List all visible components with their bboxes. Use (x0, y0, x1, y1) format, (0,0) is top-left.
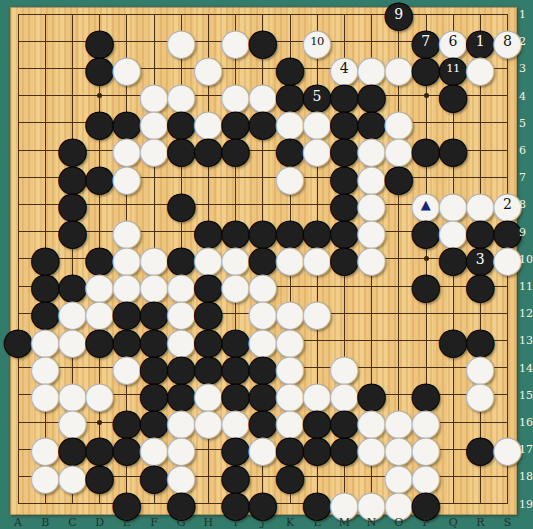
intersection-J17[interactable]: ● (249, 435, 276, 462)
intersection-P4[interactable] (412, 82, 439, 109)
black-stone: ● (168, 191, 195, 218)
intersection-A8[interactable] (4, 191, 31, 218)
intersection-B1[interactable] (32, 0, 59, 27)
white-stone: ● (494, 245, 521, 272)
row-label-8: 8 (519, 198, 533, 210)
intersection-D5[interactable]: ● (86, 109, 113, 136)
row-label-17: 17 (519, 443, 533, 455)
intersection-Q11[interactable] (439, 272, 466, 299)
intersection-D8[interactable] (86, 191, 113, 218)
white-stone: ● (331, 490, 358, 517)
column-label-C: C (62, 516, 82, 529)
white-stone: ● (467, 55, 494, 82)
intersection-S3[interactable] (494, 55, 521, 82)
column-label-F: F (144, 516, 164, 529)
intersection-Q15[interactable] (439, 381, 466, 408)
intersection-O13[interactable] (385, 327, 412, 354)
white-stone: ● (59, 463, 86, 490)
intersection-S5[interactable] (494, 109, 521, 136)
intersection-S13[interactable] (494, 327, 521, 354)
intersection-B8[interactable] (32, 191, 59, 218)
intersection-S4[interactable] (494, 82, 521, 109)
column-label-G: G (171, 516, 191, 529)
intersection-R4[interactable] (467, 82, 494, 109)
black-stone: ● (412, 218, 439, 245)
intersection-L2[interactable]: ●10 (303, 28, 330, 55)
white-stone: ● (32, 463, 59, 490)
intersection-A10[interactable] (4, 245, 31, 272)
intersection-H6[interactable]: ● (195, 136, 222, 163)
white-stone: ● (358, 435, 385, 462)
row-label-4: 4 (519, 90, 533, 102)
intersection-O14[interactable] (385, 354, 412, 381)
intersection-A11[interactable] (4, 272, 31, 299)
row-label-2: 2 (519, 35, 533, 47)
column-label-P: P (416, 516, 436, 529)
intersection-B4[interactable] (32, 82, 59, 109)
intersection-A3[interactable] (4, 55, 31, 82)
white-stone: ● (222, 28, 249, 55)
intersection-E3[interactable]: ● (113, 55, 140, 82)
intersection-S12[interactable] (494, 299, 521, 326)
black-stone: ● (385, 0, 412, 27)
intersection-G8[interactable]: ● (168, 191, 195, 218)
intersection-B15[interactable]: ● (32, 381, 59, 408)
intersection-L7[interactable] (303, 164, 330, 191)
intersection-S18[interactable] (494, 463, 521, 490)
intersection-Q18[interactable] (439, 463, 466, 490)
row-label-14: 14 (519, 362, 533, 374)
black-stone: ● (113, 435, 140, 462)
intersection-L10[interactable]: ● (303, 245, 330, 272)
row-label-11: 11 (519, 280, 533, 292)
white-stone: ● (113, 354, 140, 381)
intersection-O12[interactable] (385, 299, 412, 326)
white-stone: ● (467, 381, 494, 408)
row-label-6: 6 (519, 144, 533, 156)
white-stone: ● (113, 55, 140, 82)
intersection-D19[interactable] (86, 490, 113, 517)
intersection-C1[interactable] (59, 0, 86, 27)
black-stone: ● (168, 490, 195, 517)
intersection-S17[interactable]: ● (494, 435, 521, 462)
black-stone: ● (113, 490, 140, 517)
intersection-R3[interactable]: ● (467, 55, 494, 82)
white-stone: ● (86, 381, 113, 408)
black-stone: ● (385, 164, 412, 191)
intersection-F18[interactable]: ● (140, 463, 167, 490)
intersection-H16[interactable]: ● (195, 408, 222, 435)
intersection-C19[interactable] (59, 490, 86, 517)
row-label-9: 9 (519, 226, 533, 238)
intersection-D18[interactable]: ● (86, 463, 113, 490)
column-label-S: S (498, 516, 518, 529)
row-label-3: 3 (519, 62, 533, 74)
white-stone: ● (358, 490, 385, 517)
intersection-M1[interactable] (331, 0, 358, 27)
white-stone: ● (195, 55, 222, 82)
column-label-Q: Q (443, 516, 463, 529)
intersection-O11[interactable] (385, 272, 412, 299)
intersection-C2[interactable] (59, 28, 86, 55)
black-stone: ● (439, 136, 466, 163)
intersection-H19[interactable] (195, 490, 222, 517)
intersection-P12[interactable] (412, 299, 439, 326)
intersection-D13[interactable]: ● (86, 327, 113, 354)
intersection-A15[interactable] (4, 381, 31, 408)
intersection-N13[interactable] (358, 327, 385, 354)
intersection-P11[interactable]: ● (412, 272, 439, 299)
intersection-Q17[interactable] (439, 435, 466, 462)
intersection-C13[interactable]: ● (59, 327, 86, 354)
intersection-N10[interactable]: ● (358, 245, 385, 272)
black-stone: ● (86, 55, 113, 82)
intersection-A4[interactable] (4, 82, 31, 109)
intersection-S15[interactable] (494, 381, 521, 408)
black-stone: ● (140, 463, 167, 490)
intersection-F7[interactable] (140, 164, 167, 191)
row-label-15: 15 (519, 389, 533, 401)
black-stone: ● (222, 136, 249, 163)
white-stone: ● (385, 490, 412, 517)
intersection-B7[interactable] (32, 164, 59, 191)
column-label-R: R (470, 516, 490, 529)
intersection-C4[interactable] (59, 82, 86, 109)
intersection-O3[interactable]: ● (385, 55, 412, 82)
intersection-S10[interactable]: ● (494, 245, 521, 272)
white-stone: ● (494, 28, 521, 55)
intersection-R15[interactable]: ● (467, 381, 494, 408)
intersection-L6[interactable]: ● (303, 136, 330, 163)
black-stone: ● (86, 164, 113, 191)
intersection-A1[interactable] (4, 0, 31, 27)
black-stone: ● (59, 218, 86, 245)
white-stone: ● (276, 164, 303, 191)
intersection-S14[interactable] (494, 354, 521, 381)
black-stone: ● (412, 136, 439, 163)
intersection-L12[interactable]: ● (303, 299, 330, 326)
intersection-E17[interactable]: ● (113, 435, 140, 462)
black-stone: ● (303, 490, 330, 517)
intersection-R17[interactable]: ● (467, 435, 494, 462)
black-stone: ● (195, 136, 222, 163)
black-stone: ● (467, 272, 494, 299)
intersection-M19[interactable]: ● (331, 490, 358, 517)
intersection-S2[interactable]: ●8 (494, 28, 521, 55)
white-stone: ● (195, 408, 222, 435)
intersection-F8[interactable] (140, 191, 167, 218)
intersection-I11[interactable]: ● (222, 272, 249, 299)
intersection-L19[interactable]: ● (303, 490, 330, 517)
intersection-O1[interactable]: ●9 (385, 0, 412, 27)
intersection-Q4[interactable]: ● (439, 82, 466, 109)
intersection-B19[interactable] (32, 490, 59, 517)
black-stone: ● (249, 490, 276, 517)
intersection-A17[interactable] (4, 435, 31, 462)
black-stone: ● (412, 272, 439, 299)
black-stone: ● (331, 435, 358, 462)
black-stone: ● (331, 245, 358, 272)
column-label-J: J (253, 516, 273, 529)
intersection-O8[interactable] (385, 191, 412, 218)
intersection-J5[interactable]: ● (249, 109, 276, 136)
intersection-N1[interactable] (358, 0, 385, 27)
column-label-L: L (307, 516, 327, 529)
intersection-B3[interactable] (32, 55, 59, 82)
intersection-E1[interactable] (113, 0, 140, 27)
column-label-O: O (389, 516, 409, 529)
black-stone: ● (168, 136, 195, 163)
intersection-H18[interactable] (195, 463, 222, 490)
white-stone: ● (385, 55, 412, 82)
intersection-B18[interactable]: ● (32, 463, 59, 490)
column-label-K: K (280, 516, 300, 529)
intersection-F2[interactable] (140, 28, 167, 55)
intersection-Q13[interactable]: ● (439, 327, 466, 354)
intersection-A13[interactable]: ● (4, 327, 31, 354)
intersection-H17[interactable] (195, 435, 222, 462)
white-stone: ● (59, 327, 86, 354)
intersection-A6[interactable] (4, 136, 31, 163)
intersection-D3[interactable]: ● (86, 55, 113, 82)
white-stone: ● (113, 164, 140, 191)
intersection-R18[interactable] (467, 463, 494, 490)
intersection-E14[interactable]: ● (113, 354, 140, 381)
intersection-A16[interactable] (4, 408, 31, 435)
intersection-K18[interactable]: ● (276, 463, 303, 490)
intersection-A2[interactable] (4, 28, 31, 55)
intersection-M10[interactable]: ● (331, 245, 358, 272)
black-stone: ● (4, 327, 31, 354)
black-stone: ● (439, 82, 466, 109)
column-label-D: D (90, 516, 110, 529)
intersection-O19[interactable]: ● (385, 490, 412, 517)
row-label-12: 12 (519, 307, 533, 319)
black-stone: ● (303, 435, 330, 462)
intersection-J7[interactable] (249, 164, 276, 191)
white-stone: ● (303, 245, 330, 272)
intersection-O7[interactable]: ● (385, 164, 412, 191)
black-stone: ● (439, 245, 466, 272)
intersection-A19[interactable] (4, 490, 31, 517)
row-label-1: 1 (519, 8, 533, 20)
intersection-I19[interactable]: ● (222, 490, 249, 517)
black-stone: ● (86, 109, 113, 136)
intersection-B5[interactable] (32, 109, 59, 136)
intersection-A5[interactable] (4, 109, 31, 136)
intersection-Q19[interactable] (439, 490, 466, 517)
intersection-I6[interactable]: ● (222, 136, 249, 163)
intersection-K7[interactable]: ● (276, 164, 303, 191)
black-stone: ● (86, 463, 113, 490)
intersection-H7[interactable] (195, 164, 222, 191)
intersection-I7[interactable] (222, 164, 249, 191)
row-label-16: 16 (519, 416, 533, 428)
intersection-R6[interactable] (467, 136, 494, 163)
intersections: ●9●●●●●10●7●6●1●8●●●●●4●●●●11●●●●●●●5●●●… (4, 0, 521, 517)
white-stone: ● (303, 136, 330, 163)
black-stone: ● (439, 327, 466, 354)
white-stone: ● (358, 245, 385, 272)
intersection-K1[interactable] (276, 0, 303, 27)
white-stone: ● (140, 136, 167, 163)
intersection-N12[interactable] (358, 299, 385, 326)
intersection-G19[interactable]: ● (168, 490, 195, 517)
row-label-19: 19 (519, 498, 533, 510)
intersection-F6[interactable]: ● (140, 136, 167, 163)
black-stone: ● (276, 463, 303, 490)
intersection-B2[interactable] (32, 28, 59, 55)
black-stone: ● (467, 435, 494, 462)
intersection-C9[interactable]: ● (59, 218, 86, 245)
intersection-L13[interactable] (303, 327, 330, 354)
intersection-S19[interactable] (494, 490, 521, 517)
intersection-P6[interactable]: ● (412, 136, 439, 163)
intersection-R11[interactable]: ● (467, 272, 494, 299)
intersection-J6[interactable] (249, 136, 276, 163)
intersection-P13[interactable] (412, 327, 439, 354)
black-stone: ● (222, 490, 249, 517)
intersection-C3[interactable] (59, 55, 86, 82)
intersection-J2[interactable]: ● (249, 28, 276, 55)
column-label-E: E (117, 516, 137, 529)
intersection-D15[interactable]: ● (86, 381, 113, 408)
intersection-L17[interactable]: ● (303, 435, 330, 462)
go-board: ●9●●●●●10●7●6●1●8●●●●●4●●●●11●●●●●●●5●●●… (0, 0, 533, 529)
intersection-Q16[interactable] (439, 408, 466, 435)
row-label-13: 13 (519, 334, 533, 346)
intersection-A7[interactable] (4, 164, 31, 191)
black-stone: ● (412, 55, 439, 82)
column-label-M: M (334, 516, 354, 529)
intersection-I2[interactable]: ● (222, 28, 249, 55)
column-label-N: N (362, 516, 382, 529)
intersection-P9[interactable]: ● (412, 218, 439, 245)
row-label-7: 7 (519, 171, 533, 183)
intersection-K19[interactable] (276, 490, 303, 517)
intersection-G2[interactable]: ● (168, 28, 195, 55)
intersection-M11[interactable] (331, 272, 358, 299)
intersection-O10[interactable] (385, 245, 412, 272)
white-stone: ● (276, 245, 303, 272)
intersection-R5[interactable] (467, 109, 494, 136)
black-stone: ● (249, 109, 276, 136)
black-stone: ● (249, 28, 276, 55)
white-stone: ● (32, 381, 59, 408)
intersection-P3[interactable]: ● (412, 55, 439, 82)
intersection-A18[interactable] (4, 463, 31, 490)
intersection-N19[interactable]: ● (358, 490, 385, 517)
white-stone: ● (303, 28, 330, 55)
column-label-I: I (226, 516, 246, 529)
intersection-J19[interactable]: ● (249, 490, 276, 517)
intersection-N17[interactable]: ● (358, 435, 385, 462)
black-stone: ● (86, 327, 113, 354)
intersection-E19[interactable]: ● (113, 490, 140, 517)
intersection-S11[interactable] (494, 272, 521, 299)
row-label-10: 10 (519, 253, 533, 265)
white-stone: ● (303, 299, 330, 326)
white-stone: ● (222, 272, 249, 299)
intersection-E7[interactable]: ● (113, 164, 140, 191)
intersection-F19[interactable] (140, 490, 167, 517)
intersection-H3[interactable]: ● (195, 55, 222, 82)
intersection-R19[interactable] (467, 490, 494, 517)
white-stone: ● (494, 435, 521, 462)
intersection-Q6[interactable]: ● (439, 136, 466, 163)
intersection-C18[interactable]: ● (59, 463, 86, 490)
intersection-G6[interactable]: ● (168, 136, 195, 163)
intersection-Q10[interactable]: ● (439, 245, 466, 272)
intersection-Q14[interactable] (439, 354, 466, 381)
white-stone: ● (249, 435, 276, 462)
white-stone: ● (168, 28, 195, 55)
column-label-A: A (8, 516, 28, 529)
intersection-N11[interactable] (358, 272, 385, 299)
column-label-B: B (35, 516, 55, 529)
intersection-D7[interactable]: ● (86, 164, 113, 191)
intersection-A9[interactable] (4, 218, 31, 245)
intersection-S6[interactable] (494, 136, 521, 163)
intersection-P19[interactable]: ● (412, 490, 439, 517)
intersection-F1[interactable] (140, 0, 167, 27)
intersection-O9[interactable] (385, 218, 412, 245)
intersection-K10[interactable]: ● (276, 245, 303, 272)
row-label-18: 18 (519, 470, 533, 482)
intersection-M12[interactable] (331, 299, 358, 326)
intersection-A14[interactable] (4, 354, 31, 381)
column-label-H: H (198, 516, 218, 529)
black-stone: ● (412, 490, 439, 517)
row-label-5: 5 (519, 117, 533, 129)
intersection-B6[interactable] (32, 136, 59, 163)
intersection-H1[interactable] (195, 0, 222, 27)
intersection-M17[interactable]: ● (331, 435, 358, 462)
